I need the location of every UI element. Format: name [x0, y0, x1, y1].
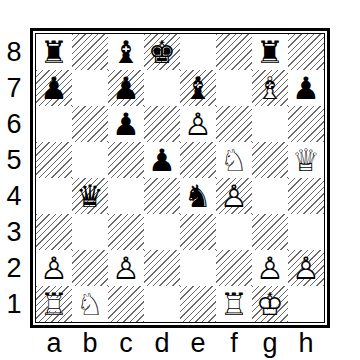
square-a2[interactable]: ♟♙	[36, 250, 72, 286]
file-label-f: f	[216, 328, 252, 359]
black-pawn: ♟	[40, 73, 68, 104]
black-pawn: ♟	[112, 109, 140, 140]
white-knight: ♞♘	[220, 145, 248, 176]
white-rook: ♜♖	[40, 289, 68, 320]
file-label-a: a	[36, 328, 72, 359]
white-pawn: ♟♙	[220, 181, 248, 212]
square-f1[interactable]: ♜♖	[216, 286, 252, 322]
rank-label-4: 4	[0, 178, 28, 214]
white-rook: ♜♖	[220, 289, 248, 320]
square-h4[interactable]	[288, 178, 324, 214]
square-e1[interactable]	[180, 286, 216, 322]
square-c5[interactable]	[108, 142, 144, 178]
square-b7[interactable]	[72, 70, 108, 106]
black-pawn: ♟	[292, 73, 320, 104]
rank-label-3: 3	[0, 214, 28, 250]
rank-label-6: 6	[0, 106, 28, 142]
chess-board: ♜♝♚♜♟♟♝♝♗♟♟♟♙♟♞♘♛♕♛♞♟♙♟♙♟♙♟♙♟♙♜♖♞♘♜♖♚♔	[30, 28, 330, 328]
square-g7[interactable]: ♝♗	[252, 70, 288, 106]
rank-labels: 87654321	[0, 34, 28, 322]
square-h5[interactable]: ♛♕	[288, 142, 324, 178]
square-h1[interactable]	[288, 286, 324, 322]
file-label-g: g	[252, 328, 288, 359]
black-knight: ♞	[184, 181, 212, 212]
white-king: ♚♔	[256, 289, 284, 320]
square-e5[interactable]	[180, 142, 216, 178]
square-f4[interactable]: ♟♙	[216, 178, 252, 214]
black-bishop: ♝	[112, 37, 140, 68]
square-b2[interactable]	[72, 250, 108, 286]
square-c2[interactable]: ♟♙	[108, 250, 144, 286]
square-e8[interactable]	[180, 34, 216, 70]
square-g6[interactable]	[252, 106, 288, 142]
square-h2[interactable]: ♟♙	[288, 250, 324, 286]
rank-label-2: 2	[0, 250, 28, 286]
square-h8[interactable]	[288, 34, 324, 70]
square-d1[interactable]	[144, 286, 180, 322]
square-a4[interactable]	[36, 178, 72, 214]
square-b1[interactable]: ♞♘	[72, 286, 108, 322]
square-g8[interactable]: ♜	[252, 34, 288, 70]
square-b5[interactable]	[72, 142, 108, 178]
square-d4[interactable]	[144, 178, 180, 214]
square-e4[interactable]: ♞	[180, 178, 216, 214]
square-a7[interactable]: ♟	[36, 70, 72, 106]
rank-label-7: 7	[0, 70, 28, 106]
square-g3[interactable]	[252, 214, 288, 250]
black-queen: ♛	[76, 181, 104, 212]
board-grid: ♜♝♚♜♟♟♝♝♗♟♟♟♙♟♞♘♛♕♛♞♟♙♟♙♟♙♟♙♟♙♜♖♞♘♜♖♚♔	[36, 34, 324, 322]
black-bishop: ♝	[184, 73, 212, 104]
square-c7[interactable]: ♟	[108, 70, 144, 106]
white-pawn: ♟♙	[112, 253, 140, 284]
square-e2[interactable]	[180, 250, 216, 286]
file-labels: abcdefgh	[36, 328, 324, 359]
rank-label-1: 1	[0, 286, 28, 322]
square-b4[interactable]: ♛	[72, 178, 108, 214]
white-pawn: ♟♙	[40, 253, 68, 284]
square-c8[interactable]: ♝	[108, 34, 144, 70]
black-pawn: ♟	[148, 145, 176, 176]
square-h3[interactable]	[288, 214, 324, 250]
square-a5[interactable]	[36, 142, 72, 178]
black-pawn: ♟	[112, 73, 140, 104]
file-label-b: b	[72, 328, 108, 359]
file-label-h: h	[288, 328, 324, 359]
square-h6[interactable]	[288, 106, 324, 142]
square-f8[interactable]	[216, 34, 252, 70]
rank-label-5: 5	[0, 142, 28, 178]
square-b3[interactable]	[72, 214, 108, 250]
square-f6[interactable]	[216, 106, 252, 142]
square-e7[interactable]: ♝	[180, 70, 216, 106]
square-e6[interactable]: ♟♙	[180, 106, 216, 142]
square-a8[interactable]: ♜	[36, 34, 72, 70]
white-bishop: ♝♗	[256, 73, 284, 104]
square-a1[interactable]: ♜♖	[36, 286, 72, 322]
black-king: ♚	[148, 37, 176, 68]
white-pawn: ♟♙	[292, 253, 320, 284]
file-label-e: e	[180, 328, 216, 359]
black-rook: ♜	[40, 37, 68, 68]
square-a3[interactable]	[36, 214, 72, 250]
square-c1[interactable]	[108, 286, 144, 322]
chess-diagram: 87654321 ♜♝♚♜♟♟♝♝♗♟♟♟♙♟♞♘♛♕♛♞♟♙♟♙♟♙♟♙♟♙♜…	[0, 0, 360, 360]
square-d3[interactable]	[144, 214, 180, 250]
black-rook: ♜	[256, 37, 284, 68]
square-f2[interactable]	[216, 250, 252, 286]
white-queen: ♛♕	[292, 145, 320, 176]
white-knight: ♞♘	[76, 289, 104, 320]
square-e3[interactable]	[180, 214, 216, 250]
white-pawn: ♟♙	[256, 253, 284, 284]
square-f5[interactable]: ♞♘	[216, 142, 252, 178]
rank-label-8: 8	[0, 34, 28, 70]
square-f3[interactable]	[216, 214, 252, 250]
square-h7[interactable]: ♟	[288, 70, 324, 106]
square-f7[interactable]	[216, 70, 252, 106]
square-b8[interactable]	[72, 34, 108, 70]
square-a6[interactable]	[36, 106, 72, 142]
file-label-c: c	[108, 328, 144, 359]
square-d7[interactable]	[144, 70, 180, 106]
square-c4[interactable]	[108, 178, 144, 214]
square-g1[interactable]: ♚♔	[252, 286, 288, 322]
square-g2[interactable]: ♟♙	[252, 250, 288, 286]
square-d5[interactable]: ♟	[144, 142, 180, 178]
board-inner-frame: ♜♝♚♜♟♟♝♝♗♟♟♟♙♟♞♘♛♕♛♞♟♙♟♙♟♙♟♙♟♙♜♖♞♘♜♖♚♔	[35, 33, 325, 323]
square-b6[interactable]	[72, 106, 108, 142]
square-g4[interactable]	[252, 178, 288, 214]
square-d8[interactable]: ♚	[144, 34, 180, 70]
square-c6[interactable]: ♟	[108, 106, 144, 142]
square-c3[interactable]	[108, 214, 144, 250]
square-g5[interactable]	[252, 142, 288, 178]
square-d6[interactable]	[144, 106, 180, 142]
white-pawn: ♟♙	[184, 109, 212, 140]
square-d2[interactable]	[144, 250, 180, 286]
file-label-d: d	[144, 328, 180, 359]
